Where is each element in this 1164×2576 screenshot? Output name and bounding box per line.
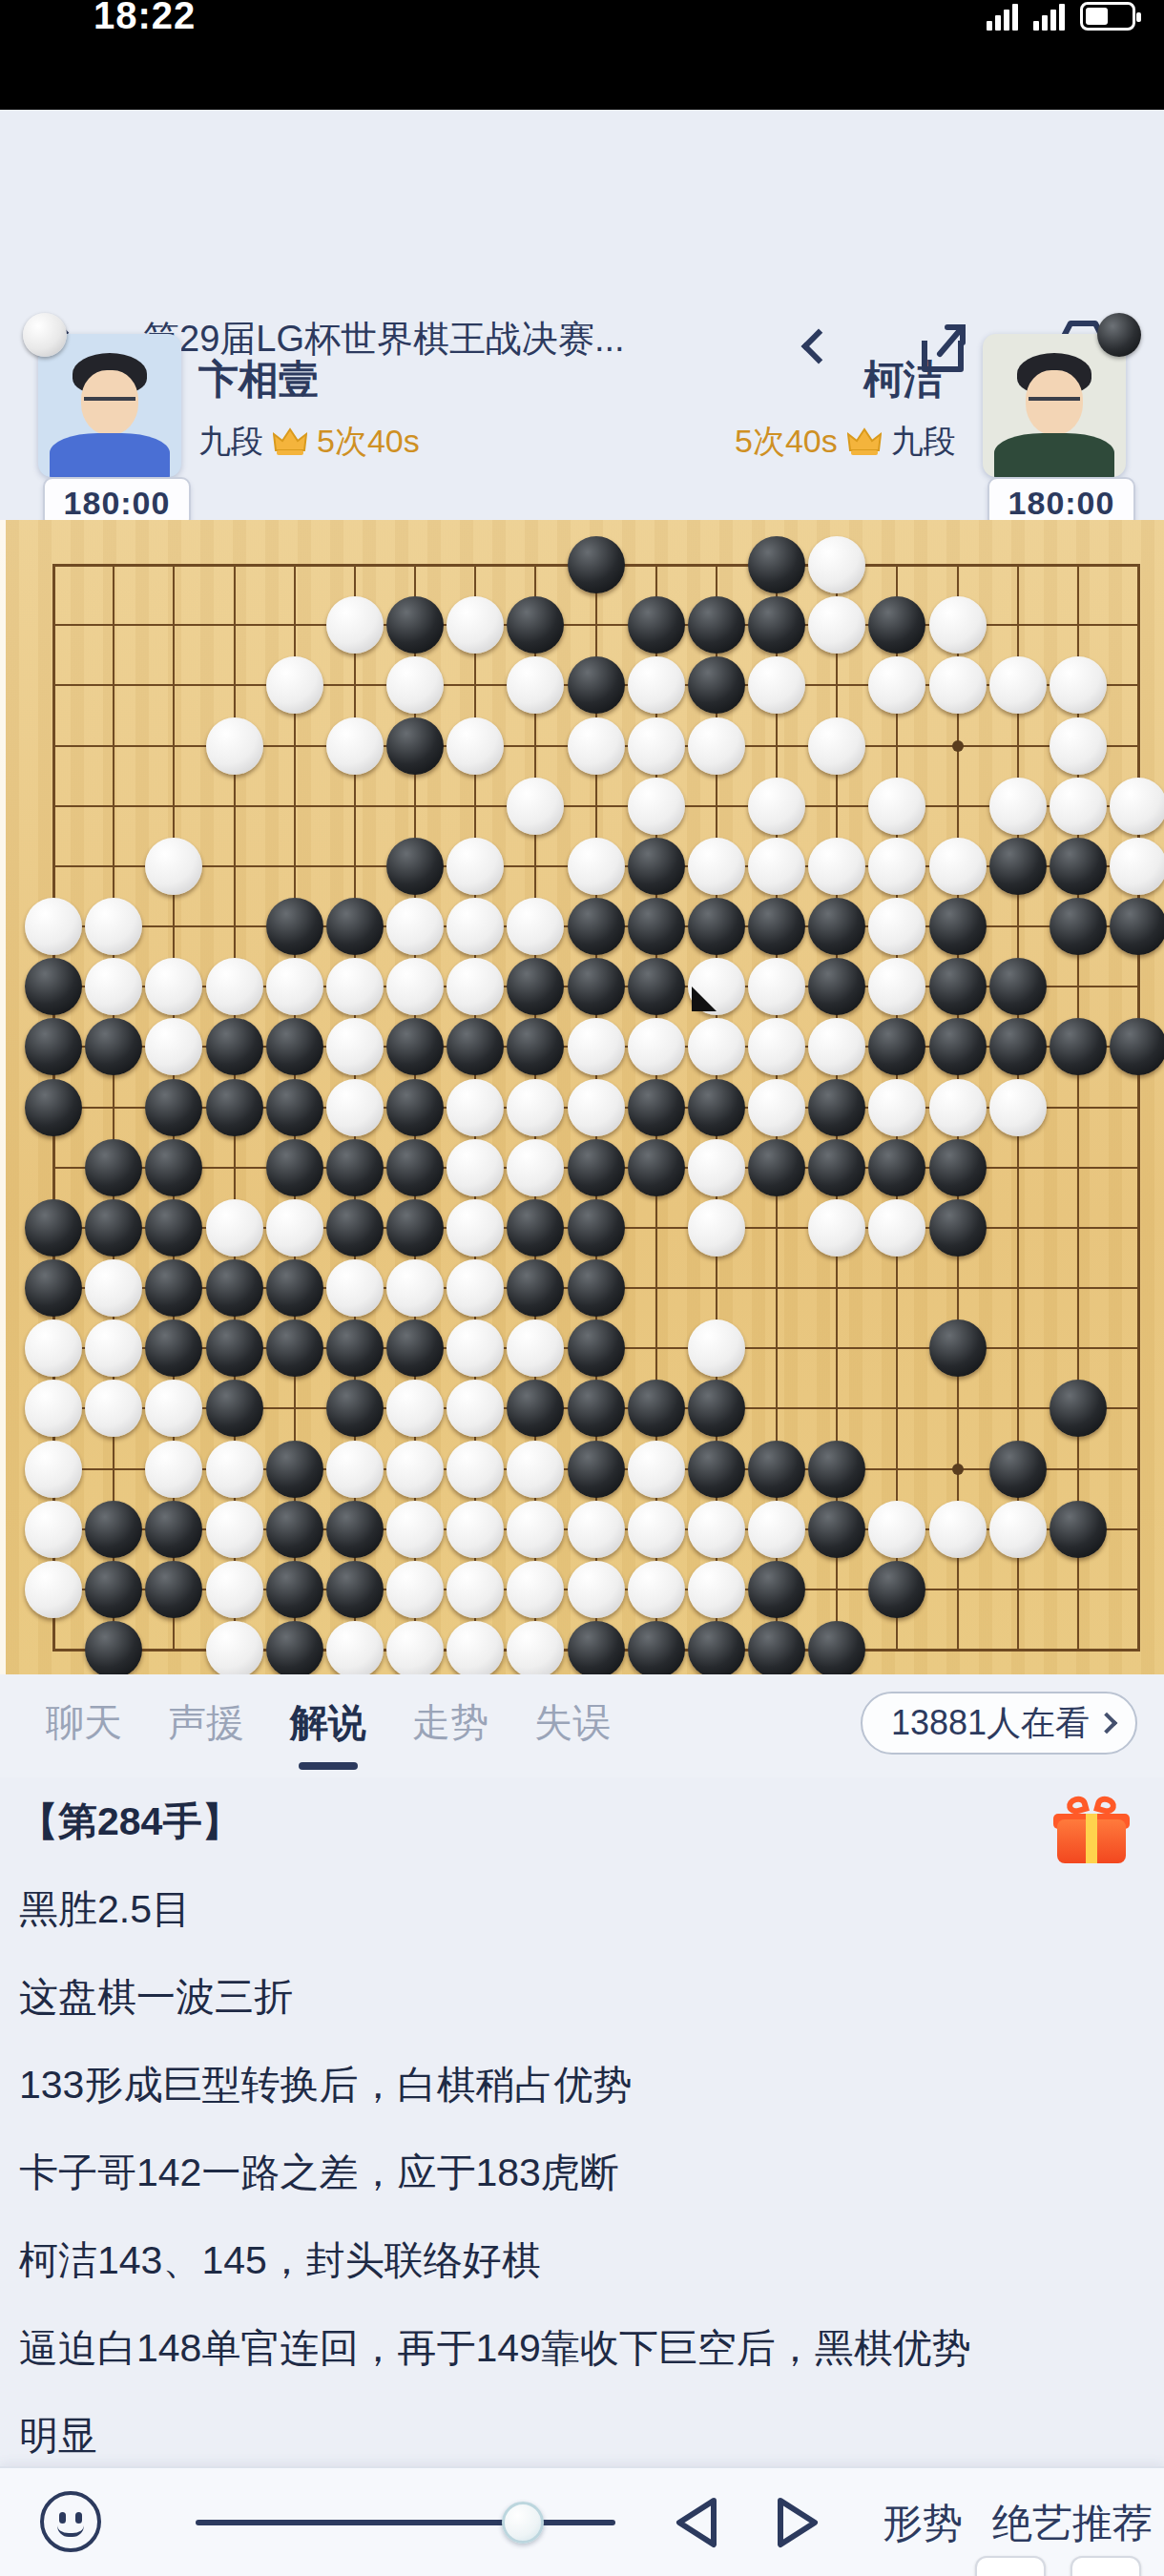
status-icons	[987, 2, 1135, 31]
white-stone	[447, 1199, 504, 1257]
black-stone	[568, 1441, 625, 1498]
black-stone	[145, 1139, 202, 1196]
black-stone	[206, 1319, 263, 1377]
white-stone	[628, 1018, 685, 1075]
white-stone	[326, 1018, 384, 1075]
black-stone	[386, 1199, 444, 1257]
white-stone	[1110, 778, 1164, 835]
commentary-line: 明显	[0, 2392, 1164, 2466]
commentary-line: 逼迫白148单官连回，再于149靠收下巨空后，黑棋优势	[0, 2304, 1164, 2392]
left-player-rank-row: 九段 5次40s	[198, 420, 420, 464]
black-stone	[929, 1319, 987, 1377]
white-stone	[447, 1380, 504, 1437]
black-stone	[868, 596, 925, 654]
white-stone	[868, 1199, 925, 1257]
black-stone	[1050, 1018, 1107, 1075]
black-stone	[25, 1259, 82, 1317]
black-stone	[568, 898, 625, 955]
signal-icon-2	[1033, 2, 1065, 31]
black-stone	[386, 838, 444, 895]
commentary-line: 这盘棋一波三折	[0, 1953, 1164, 2041]
white-stone	[266, 1199, 323, 1257]
black-stone	[266, 1561, 323, 1618]
white-stone	[206, 1501, 263, 1558]
grid-line	[1137, 564, 1140, 1652]
black-stone	[326, 1139, 384, 1196]
white-stone	[206, 1199, 263, 1257]
white-stone	[688, 1501, 745, 1558]
white-stone	[628, 1501, 685, 1558]
black-stone	[929, 1018, 987, 1075]
white-stone	[929, 1501, 987, 1558]
white-stone	[507, 1139, 564, 1196]
white-stone	[929, 596, 987, 654]
white-stone	[447, 1139, 504, 1196]
white-stone	[447, 958, 504, 1015]
white-stone	[868, 958, 925, 1015]
white-stone	[145, 958, 202, 1015]
black-stone	[989, 958, 1047, 1015]
prev-move-button[interactable]	[668, 2493, 721, 2552]
black-stone	[748, 898, 805, 955]
black-stone	[25, 1199, 82, 1257]
gift-icon[interactable]	[1057, 1802, 1126, 1863]
white-stone	[1050, 778, 1107, 835]
white-stone	[447, 1441, 504, 1498]
black-stone	[386, 1319, 444, 1377]
tab-聊天[interactable]: 聊天	[46, 1696, 122, 1756]
white-stone	[447, 717, 504, 775]
black-stone	[206, 1079, 263, 1136]
right-player-name: 柯洁	[863, 353, 944, 406]
black-stone	[1050, 1380, 1107, 1437]
white-stone	[447, 1319, 504, 1377]
white-stone	[326, 1259, 384, 1317]
white-stone	[688, 717, 745, 775]
white-stone	[447, 1259, 504, 1317]
black-stone	[748, 536, 805, 593]
black-stone	[206, 1259, 263, 1317]
white-stone	[688, 1561, 745, 1618]
black-stone	[628, 1621, 685, 1678]
black-stone	[266, 1079, 323, 1136]
white-stone	[145, 1441, 202, 1498]
white-stone	[507, 1561, 564, 1618]
black-stone	[688, 1441, 745, 1498]
tab-声援[interactable]: 声援	[168, 1696, 244, 1756]
white-stone	[386, 1380, 444, 1437]
white-stone	[929, 656, 987, 714]
black-stone	[568, 656, 625, 714]
white-stone	[507, 1079, 564, 1136]
black-stone	[386, 1079, 444, 1136]
white-stone	[386, 898, 444, 955]
white-stone	[688, 958, 745, 1015]
white-stone	[929, 1079, 987, 1136]
black-stone	[688, 1621, 745, 1678]
black-stone	[568, 536, 625, 593]
black-stone	[688, 898, 745, 955]
black-stone	[266, 898, 323, 955]
white-stone	[25, 1501, 82, 1558]
tab-失误[interactable]: 失误	[534, 1696, 611, 1756]
black-stone	[386, 717, 444, 775]
white-stone	[386, 1259, 444, 1317]
black-stone	[326, 1199, 384, 1257]
white-stone	[808, 1199, 865, 1257]
signal-icon	[987, 2, 1018, 31]
white-stone	[868, 838, 925, 895]
black-stone	[808, 1621, 865, 1678]
black-stone	[507, 1259, 564, 1317]
black-stone	[929, 898, 987, 955]
black-stone	[808, 958, 865, 1015]
black-stone	[1110, 898, 1164, 955]
white-stone	[628, 1441, 685, 1498]
black-stone	[628, 1139, 685, 1196]
black-stone	[206, 1018, 263, 1075]
crown-icon	[847, 427, 882, 456]
white-stone	[447, 596, 504, 654]
white-stone	[929, 838, 987, 895]
right-player-color-stone	[1097, 313, 1141, 357]
white-stone	[386, 958, 444, 1015]
black-stone	[326, 1380, 384, 1437]
white-stone	[145, 1380, 202, 1437]
star-point	[952, 740, 964, 752]
tab-bar: 聊天声援解说走势失误 13881人在看	[0, 1674, 1164, 1777]
commentary-line: 133形成巨型转换后，白棋稍占优势	[0, 2041, 1164, 2129]
white-stone	[868, 778, 925, 835]
black-stone	[748, 1621, 805, 1678]
white-stone	[206, 1621, 263, 1678]
white-stone	[507, 898, 564, 955]
black-stone	[266, 1441, 323, 1498]
black-stone	[85, 1139, 142, 1196]
white-stone	[85, 898, 142, 955]
white-stone	[989, 1501, 1047, 1558]
black-stone	[628, 596, 685, 654]
white-stone	[989, 656, 1047, 714]
white-stone	[568, 717, 625, 775]
ai-recommend-button[interactable]: 绝艺推荐	[992, 2497, 1153, 2550]
white-stone	[688, 838, 745, 895]
black-stone	[628, 958, 685, 1015]
black-stone	[386, 1018, 444, 1075]
white-stone	[989, 1079, 1047, 1136]
white-stone	[447, 1079, 504, 1136]
white-stone	[748, 1501, 805, 1558]
black-stone	[266, 1501, 323, 1558]
go-board[interactable]	[0, 520, 1164, 1674]
black-stone	[568, 1621, 625, 1678]
white-stone	[507, 778, 564, 835]
black-stone	[688, 1380, 745, 1437]
white-stone	[748, 838, 805, 895]
white-stone	[568, 1561, 625, 1618]
black-stone	[868, 1139, 925, 1196]
white-stone	[868, 1079, 925, 1136]
black-stone	[507, 1018, 564, 1075]
white-stone	[386, 1621, 444, 1678]
black-stone	[266, 1621, 323, 1678]
black-stone	[507, 596, 564, 654]
crown-icon	[273, 427, 307, 456]
white-stone	[85, 1380, 142, 1437]
black-stone	[748, 1561, 805, 1618]
black-stone	[568, 1259, 625, 1317]
black-stone	[929, 1139, 987, 1196]
white-stone	[868, 656, 925, 714]
black-stone	[628, 838, 685, 895]
black-stone	[688, 1079, 745, 1136]
black-stone	[145, 1199, 202, 1257]
black-stone	[688, 596, 745, 654]
white-stone	[206, 1441, 263, 1498]
black-stone	[568, 1199, 625, 1257]
black-stone	[1050, 898, 1107, 955]
white-stone	[628, 778, 685, 835]
black-stone	[507, 958, 564, 1015]
black-stone	[568, 1380, 625, 1437]
black-stone	[808, 1139, 865, 1196]
right-player-avatar[interactable]	[983, 334, 1126, 477]
black-stone	[628, 898, 685, 955]
slider-thumb[interactable]	[502, 2502, 544, 2544]
black-stone	[688, 656, 745, 714]
white-stone	[85, 958, 142, 1015]
tab-走势[interactable]: 走势	[412, 1696, 488, 1756]
white-stone	[808, 1018, 865, 1075]
black-stone	[85, 1561, 142, 1618]
black-stone	[568, 1319, 625, 1377]
next-move-button[interactable]	[773, 2493, 826, 2552]
black-stone	[808, 1501, 865, 1558]
left-player-name: 卞相壹	[198, 353, 319, 406]
black-stone	[1110, 1018, 1164, 1075]
black-stone	[628, 1079, 685, 1136]
white-stone	[688, 1199, 745, 1257]
white-stone	[507, 656, 564, 714]
white-stone	[748, 656, 805, 714]
black-stone	[507, 1380, 564, 1437]
white-stone	[507, 1441, 564, 1498]
white-stone	[145, 838, 202, 895]
commentary-line: 卡子哥142一路之差，应于183虎断	[0, 2129, 1164, 2216]
star-point	[952, 1464, 964, 1475]
white-stone	[808, 717, 865, 775]
white-stone	[206, 717, 263, 775]
black-stone	[85, 1501, 142, 1558]
white-stone	[748, 1018, 805, 1075]
black-stone	[145, 1259, 202, 1317]
white-stone	[868, 1501, 925, 1558]
black-stone	[868, 1018, 925, 1075]
white-stone	[568, 1079, 625, 1136]
white-stone	[447, 838, 504, 895]
black-stone	[85, 1199, 142, 1257]
black-stone	[145, 1501, 202, 1558]
player-bar: 卞相壹 九段 5次40s 180:00 支持 284 5次40s 九段 柯洁 1…	[0, 296, 1164, 520]
black-stone	[1050, 838, 1107, 895]
white-stone	[748, 1079, 805, 1136]
black-stone	[808, 898, 865, 955]
white-stone	[748, 958, 805, 1015]
black-stone	[266, 1319, 323, 1377]
white-stone	[25, 1319, 82, 1377]
white-stone	[989, 778, 1047, 835]
left-player-timecontrol: 5次40s	[317, 420, 420, 464]
white-stone	[628, 717, 685, 775]
white-stone	[628, 656, 685, 714]
black-stone	[206, 1380, 263, 1437]
black-stone	[1050, 1501, 1107, 1558]
black-stone	[447, 1018, 504, 1075]
battery-icon	[1080, 2, 1135, 31]
white-stone	[1050, 656, 1107, 714]
white-stone	[326, 1079, 384, 1136]
viewers-count: 13881人在看	[891, 1700, 1090, 1747]
black-stone	[568, 1139, 625, 1196]
black-stone	[507, 1199, 564, 1257]
left-player-avatar[interactable]	[38, 334, 181, 477]
white-stone	[326, 1621, 384, 1678]
black-stone	[266, 1018, 323, 1075]
black-stone	[25, 1018, 82, 1075]
white-stone	[386, 1501, 444, 1558]
right-player-rank: 九段	[891, 420, 956, 464]
black-stone	[326, 898, 384, 955]
black-stone	[85, 1018, 142, 1075]
black-stone	[929, 1199, 987, 1257]
white-stone	[266, 656, 323, 714]
black-stone	[808, 1441, 865, 1498]
white-stone	[688, 1319, 745, 1377]
white-stone	[568, 838, 625, 895]
commentary-line: 黑胜2.5目	[0, 1865, 1164, 1953]
white-stone	[25, 1561, 82, 1618]
situation-button[interactable]: 形势	[883, 2497, 963, 2550]
white-stone	[386, 1441, 444, 1498]
system-overlay-button	[975, 2556, 1046, 2576]
move-slider[interactable]	[196, 2520, 615, 2525]
viewers-pill[interactable]: 13881人在看	[861, 1692, 1137, 1755]
white-stone	[386, 656, 444, 714]
chevron-right-icon	[1096, 1713, 1118, 1735]
black-stone	[628, 1380, 685, 1437]
black-stone	[145, 1319, 202, 1377]
black-stone	[748, 1441, 805, 1498]
black-stone	[145, 1079, 202, 1136]
commentary-line: 【第284手】	[0, 1777, 1164, 1865]
black-stone	[989, 1441, 1047, 1498]
last-move-marker	[692, 987, 717, 1011]
black-stone	[748, 596, 805, 654]
black-stone	[326, 1319, 384, 1377]
black-stone	[748, 1139, 805, 1196]
white-stone	[507, 1319, 564, 1377]
smiley-chat-icon[interactable]	[40, 2491, 101, 2552]
control-bar: 形势 绝艺推荐	[0, 2466, 1164, 2576]
white-stone	[688, 1139, 745, 1196]
white-stone	[447, 1501, 504, 1558]
white-stone	[206, 1561, 263, 1618]
black-stone	[868, 1561, 925, 1618]
commentary-line: 柯洁143、145，封头联络好棋	[0, 2216, 1164, 2304]
white-stone	[568, 1501, 625, 1558]
right-player-rank-row: 5次40s 九段	[735, 420, 956, 464]
black-stone	[808, 1079, 865, 1136]
black-stone	[326, 1561, 384, 1618]
white-stone	[868, 898, 925, 955]
white-stone	[145, 1018, 202, 1075]
black-stone	[386, 1139, 444, 1196]
white-stone	[447, 898, 504, 955]
black-stone	[989, 1018, 1047, 1075]
clock-time: 18:22	[94, 0, 196, 37]
status-bar: 18:22	[0, 0, 1164, 110]
black-stone	[326, 1501, 384, 1558]
black-stone	[929, 958, 987, 1015]
white-stone	[568, 1018, 625, 1075]
white-stone	[447, 1561, 504, 1618]
black-stone	[568, 958, 625, 1015]
white-stone	[206, 958, 263, 1015]
commentary-panel[interactable]: 【第284手】黑胜2.5目这盘棋一波三折133形成巨型转换后，白棋稍占优势卡子哥…	[0, 1777, 1164, 2466]
black-stone	[145, 1561, 202, 1618]
white-stone	[326, 717, 384, 775]
white-stone	[748, 778, 805, 835]
white-stone	[628, 1561, 685, 1618]
black-stone	[266, 1259, 323, 1317]
white-stone	[326, 1441, 384, 1498]
black-stone	[386, 596, 444, 654]
white-stone	[1110, 838, 1164, 895]
white-stone	[808, 596, 865, 654]
white-stone	[326, 958, 384, 1015]
white-stone	[25, 1441, 82, 1498]
black-stone	[25, 1079, 82, 1136]
white-stone	[25, 1380, 82, 1437]
white-stone	[808, 536, 865, 593]
black-stone	[85, 1621, 142, 1678]
white-stone	[808, 838, 865, 895]
tab-解说[interactable]: 解说	[290, 1696, 366, 1756]
black-stone	[989, 838, 1047, 895]
white-stone	[386, 1561, 444, 1618]
white-stone	[1050, 717, 1107, 775]
header: 第29届LG杯世界棋王战决赛...	[0, 110, 1164, 296]
white-stone	[266, 958, 323, 1015]
white-stone	[507, 1501, 564, 1558]
white-stone	[326, 596, 384, 654]
left-player-color-stone	[23, 313, 67, 357]
black-stone	[25, 958, 82, 1015]
white-stone	[25, 898, 82, 955]
white-stone	[85, 1319, 142, 1377]
right-player-timecontrol: 5次40s	[735, 420, 838, 464]
black-stone	[266, 1139, 323, 1196]
system-overlay-button	[1070, 2556, 1141, 2576]
white-stone	[85, 1259, 142, 1317]
white-stone	[447, 1621, 504, 1678]
white-stone	[507, 1621, 564, 1678]
left-player-rank: 九段	[198, 420, 263, 464]
white-stone	[688, 1018, 745, 1075]
